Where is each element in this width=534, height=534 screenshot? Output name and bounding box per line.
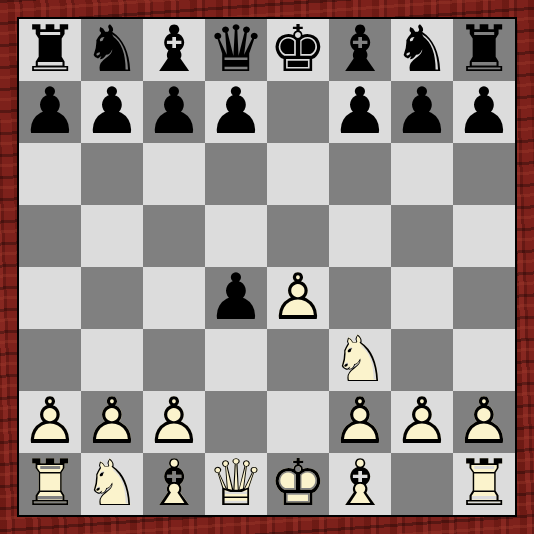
board-frame: ♜♞♝♛♚♝♞♜♟♟♟♟♟♟♟♟♟♙♞♘♟♙♟♙♟♙♟♙♟♙♟♙♜♖♞♘♝♗♛♕… <box>0 0 534 534</box>
square-d7[interactable]: ♟ <box>205 81 267 143</box>
square-b4[interactable] <box>81 267 143 329</box>
black-knight-icon: ♞ <box>81 19 143 81</box>
piece-white-knight[interactable]: ♞♘ <box>329 329 391 391</box>
white-pawn-outline-icon: ♙ <box>391 391 453 453</box>
piece-white-pawn[interactable]: ♟♙ <box>143 391 205 453</box>
square-f2[interactable]: ♟♙ <box>329 391 391 453</box>
black-pawn-icon: ♟ <box>19 81 81 143</box>
square-e3[interactable] <box>267 329 329 391</box>
square-a7[interactable]: ♟ <box>19 81 81 143</box>
square-e2[interactable] <box>267 391 329 453</box>
square-d3[interactable] <box>205 329 267 391</box>
piece-black-pawn[interactable]: ♟ <box>19 81 81 143</box>
square-f7[interactable]: ♟ <box>329 81 391 143</box>
square-a5[interactable] <box>19 205 81 267</box>
square-c8[interactable]: ♝ <box>143 19 205 81</box>
square-h7[interactable]: ♟ <box>453 81 515 143</box>
piece-white-rook[interactable]: ♜♖ <box>453 453 515 515</box>
piece-black-queen[interactable]: ♛ <box>205 19 267 81</box>
square-h4[interactable] <box>453 267 515 329</box>
black-rook-icon: ♜ <box>19 19 81 81</box>
square-f8[interactable]: ♝ <box>329 19 391 81</box>
white-bishop-outline-icon: ♗ <box>329 453 391 515</box>
square-h6[interactable] <box>453 143 515 205</box>
square-b3[interactable] <box>81 329 143 391</box>
piece-white-pawn[interactable]: ♟♙ <box>391 391 453 453</box>
square-b1[interactable]: ♞♘ <box>81 453 143 515</box>
square-d1[interactable]: ♛♕ <box>205 453 267 515</box>
white-queen-outline-icon: ♕ <box>205 453 267 515</box>
square-a4[interactable] <box>19 267 81 329</box>
piece-white-queen[interactable]: ♛♕ <box>205 453 267 515</box>
square-f3[interactable]: ♞♘ <box>329 329 391 391</box>
black-rook-icon: ♜ <box>453 19 515 81</box>
square-g3[interactable] <box>391 329 453 391</box>
square-h8[interactable]: ♜ <box>453 19 515 81</box>
square-g4[interactable] <box>391 267 453 329</box>
white-pawn-outline-icon: ♙ <box>143 391 205 453</box>
piece-black-knight[interactable]: ♞ <box>391 19 453 81</box>
square-c4[interactable] <box>143 267 205 329</box>
piece-black-rook[interactable]: ♜ <box>19 19 81 81</box>
piece-white-pawn[interactable]: ♟♙ <box>267 267 329 329</box>
piece-black-pawn[interactable]: ♟ <box>205 81 267 143</box>
square-g8[interactable]: ♞ <box>391 19 453 81</box>
black-knight-icon: ♞ <box>391 19 453 81</box>
piece-black-pawn[interactable]: ♟ <box>205 267 267 329</box>
piece-white-rook[interactable]: ♜♖ <box>19 453 81 515</box>
square-d4[interactable]: ♟ <box>205 267 267 329</box>
black-pawn-icon: ♟ <box>205 267 267 329</box>
piece-black-bishop[interactable]: ♝ <box>143 19 205 81</box>
square-h5[interactable] <box>453 205 515 267</box>
square-a1[interactable]: ♜♖ <box>19 453 81 515</box>
square-b2[interactable]: ♟♙ <box>81 391 143 453</box>
piece-white-bishop[interactable]: ♝♗ <box>329 453 391 515</box>
square-b5[interactable] <box>81 205 143 267</box>
square-g1[interactable] <box>391 453 453 515</box>
white-pawn-outline-icon: ♙ <box>453 391 515 453</box>
white-rook-outline-icon: ♖ <box>19 453 81 515</box>
piece-white-pawn[interactable]: ♟♙ <box>329 391 391 453</box>
white-king-outline-icon: ♔ <box>267 453 329 515</box>
square-e7[interactable] <box>267 81 329 143</box>
square-c5[interactable] <box>143 205 205 267</box>
piece-black-knight[interactable]: ♞ <box>81 19 143 81</box>
square-b8[interactable]: ♞ <box>81 19 143 81</box>
white-pawn-outline-icon: ♙ <box>19 391 81 453</box>
piece-black-rook[interactable]: ♜ <box>453 19 515 81</box>
white-pawn-outline-icon: ♙ <box>329 391 391 453</box>
piece-white-pawn[interactable]: ♟♙ <box>19 391 81 453</box>
square-b6[interactable] <box>81 143 143 205</box>
square-b7[interactable]: ♟ <box>81 81 143 143</box>
square-a3[interactable] <box>19 329 81 391</box>
piece-white-knight[interactable]: ♞♘ <box>81 453 143 515</box>
square-e4[interactable]: ♟♙ <box>267 267 329 329</box>
piece-black-bishop[interactable]: ♝ <box>329 19 391 81</box>
square-e1[interactable]: ♚♔ <box>267 453 329 515</box>
black-pawn-icon: ♟ <box>81 81 143 143</box>
square-g6[interactable] <box>391 143 453 205</box>
square-d2[interactable] <box>205 391 267 453</box>
white-pawn-outline-icon: ♙ <box>81 391 143 453</box>
square-h2[interactable]: ♟♙ <box>453 391 515 453</box>
black-pawn-icon: ♟ <box>329 81 391 143</box>
square-a8[interactable]: ♜ <box>19 19 81 81</box>
square-f5[interactable] <box>329 205 391 267</box>
white-bishop-outline-icon: ♗ <box>143 453 205 515</box>
square-a6[interactable] <box>19 143 81 205</box>
square-h1[interactable]: ♜♖ <box>453 453 515 515</box>
piece-white-king[interactable]: ♚♔ <box>267 453 329 515</box>
square-c1[interactable]: ♝♗ <box>143 453 205 515</box>
black-pawn-icon: ♟ <box>391 81 453 143</box>
square-a2[interactable]: ♟♙ <box>19 391 81 453</box>
square-c7[interactable]: ♟ <box>143 81 205 143</box>
white-rook-outline-icon: ♖ <box>453 453 515 515</box>
piece-black-pawn[interactable]: ♟ <box>329 81 391 143</box>
square-g5[interactable] <box>391 205 453 267</box>
black-pawn-icon: ♟ <box>205 81 267 143</box>
square-e8[interactable]: ♚ <box>267 19 329 81</box>
piece-white-pawn[interactable]: ♟♙ <box>453 391 515 453</box>
white-pawn-outline-icon: ♙ <box>267 267 329 329</box>
square-e6[interactable] <box>267 143 329 205</box>
black-bishop-icon: ♝ <box>329 19 391 81</box>
piece-white-pawn[interactable]: ♟♙ <box>81 391 143 453</box>
black-pawn-icon: ♟ <box>143 81 205 143</box>
black-bishop-icon: ♝ <box>143 19 205 81</box>
square-f1[interactable]: ♝♗ <box>329 453 391 515</box>
piece-black-pawn[interactable]: ♟ <box>143 81 205 143</box>
square-d8[interactable]: ♛ <box>205 19 267 81</box>
white-knight-outline-icon: ♘ <box>329 329 391 391</box>
square-g7[interactable]: ♟ <box>391 81 453 143</box>
square-h3[interactable] <box>453 329 515 391</box>
black-pawn-icon: ♟ <box>453 81 515 143</box>
square-f6[interactable] <box>329 143 391 205</box>
square-d5[interactable] <box>205 205 267 267</box>
black-queen-icon: ♛ <box>205 19 267 81</box>
square-g2[interactable]: ♟♙ <box>391 391 453 453</box>
square-e5[interactable] <box>267 205 329 267</box>
piece-black-pawn[interactable]: ♟ <box>453 81 515 143</box>
piece-black-pawn[interactable]: ♟ <box>391 81 453 143</box>
white-knight-outline-icon: ♘ <box>81 453 143 515</box>
piece-black-king[interactable]: ♚ <box>267 19 329 81</box>
square-c3[interactable] <box>143 329 205 391</box>
square-c6[interactable] <box>143 143 205 205</box>
square-f4[interactable] <box>329 267 391 329</box>
chess-board: ♜♞♝♛♚♝♞♜♟♟♟♟♟♟♟♟♟♙♞♘♟♙♟♙♟♙♟♙♟♙♟♙♜♖♞♘♝♗♛♕… <box>17 17 517 517</box>
square-c2[interactable]: ♟♙ <box>143 391 205 453</box>
piece-black-pawn[interactable]: ♟ <box>81 81 143 143</box>
piece-white-bishop[interactable]: ♝♗ <box>143 453 205 515</box>
square-d6[interactable] <box>205 143 267 205</box>
black-king-icon: ♚ <box>267 19 329 81</box>
